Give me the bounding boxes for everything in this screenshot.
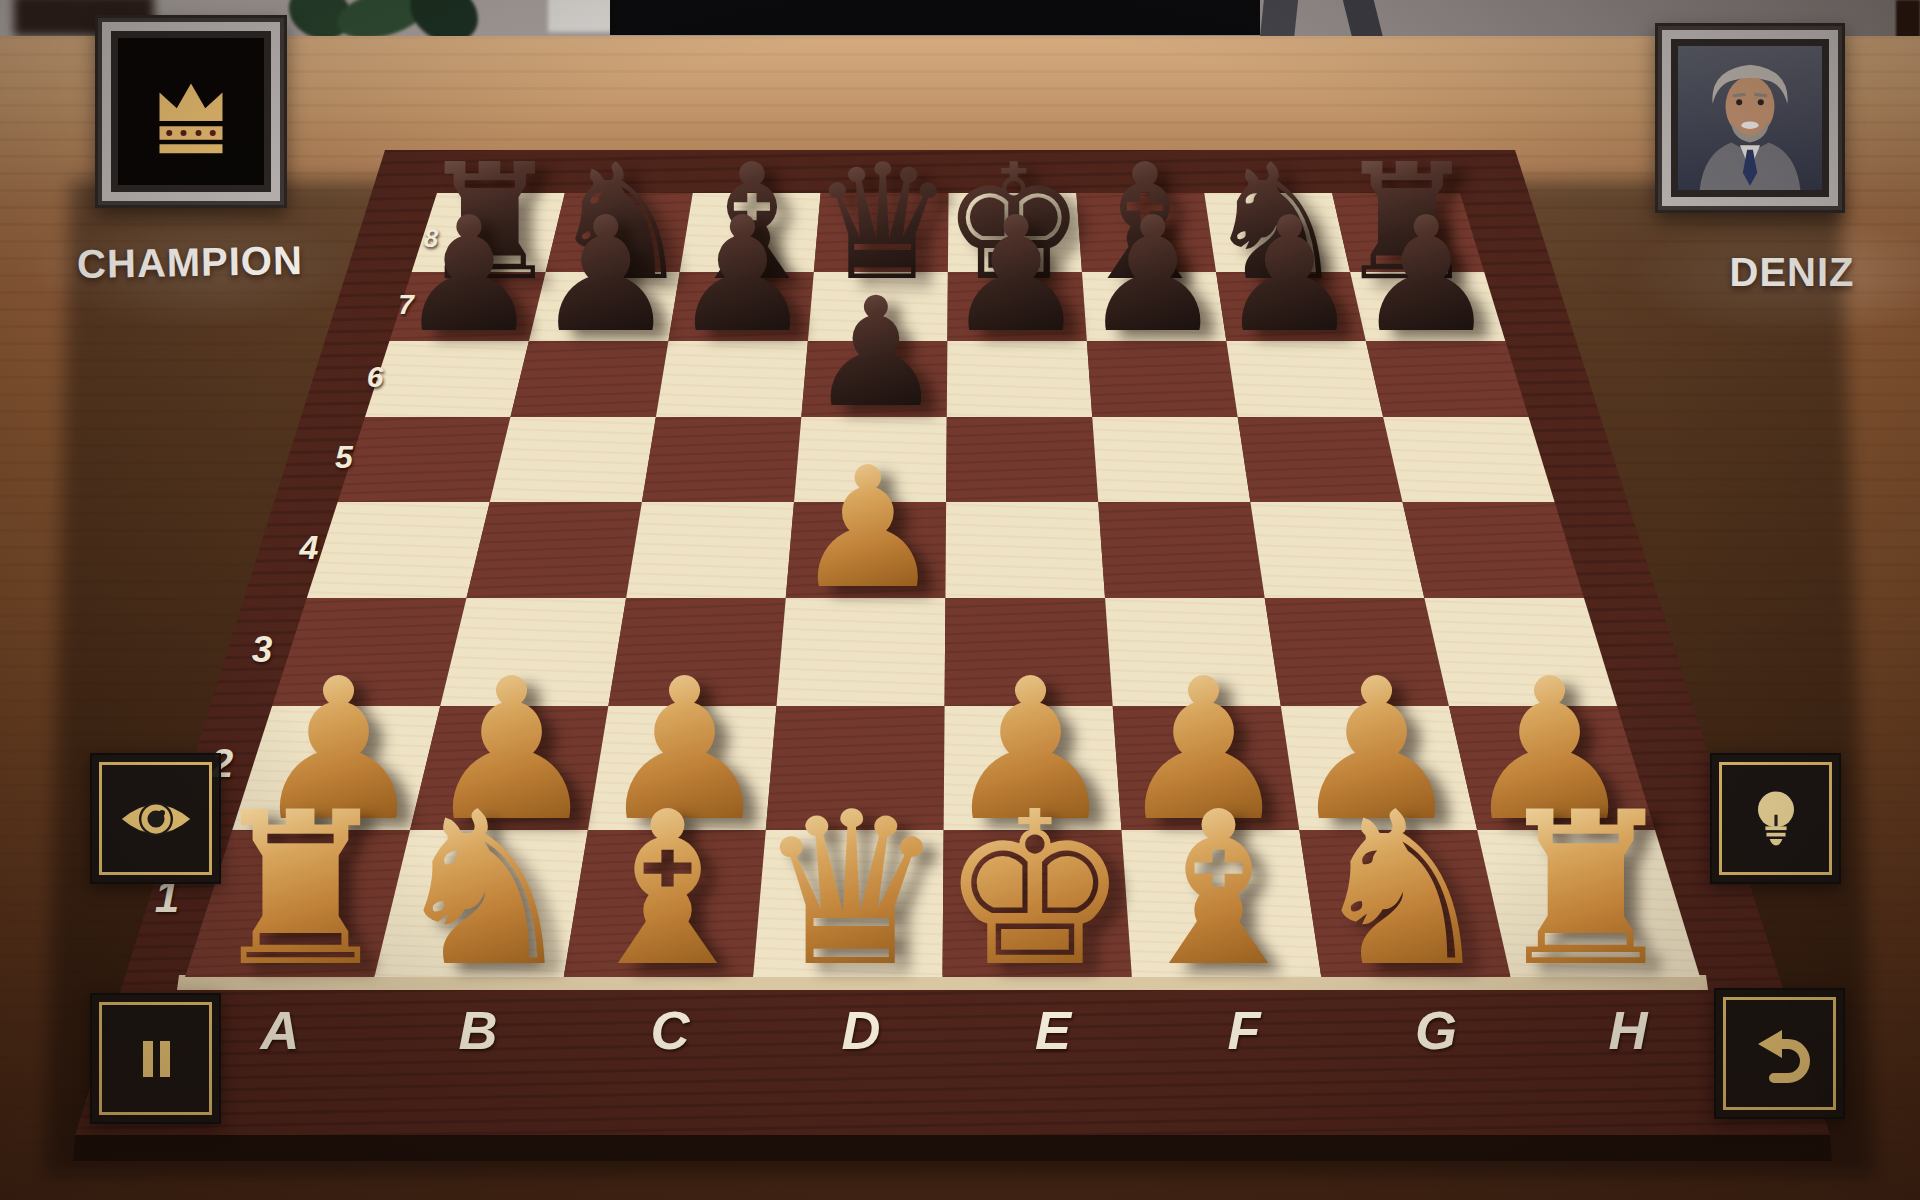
rank-label-5: 5 <box>335 439 353 476</box>
opponent-avatar <box>1655 23 1845 213</box>
square-grain <box>1092 417 1250 502</box>
rank-label-6: 6 <box>367 360 384 394</box>
piece-white-knight-b1[interactable]: ♞ <box>389 784 579 996</box>
piece-white-rook-a1[interactable]: ♜ <box>205 784 395 996</box>
square-grain <box>946 417 1098 502</box>
pause-icon <box>124 1027 188 1091</box>
square-grain <box>490 417 656 502</box>
square-grain <box>466 502 641 598</box>
square-grain <box>1383 417 1554 502</box>
piece-black-pawn-a7[interactable]: ♟ <box>398 195 541 354</box>
piece-white-king-e1[interactable]: ♚ <box>940 784 1130 996</box>
eye-button[interactable] <box>90 753 221 884</box>
lightbulb-icon <box>1742 783 1810 855</box>
square-grain <box>1098 502 1264 598</box>
piece-white-bishop-c1[interactable]: ♝ <box>573 784 763 996</box>
piece-white-knight-g1[interactable]: ♞ <box>1307 784 1497 996</box>
piece-black-pawn-h7[interactable]: ♟ <box>1355 195 1498 354</box>
square-grain <box>1238 417 1403 502</box>
crown-icon <box>143 64 239 160</box>
hint-button[interactable] <box>1710 753 1841 884</box>
square-grain <box>642 417 801 502</box>
piece-black-pawn-g7[interactable]: ♟ <box>1218 195 1361 354</box>
square-grain <box>626 502 794 598</box>
square-grain <box>945 502 1105 598</box>
piece-black-pawn-e7[interactable]: ♟ <box>945 195 1088 354</box>
piece-white-queen-d1[interactable]: ♛ <box>756 784 946 996</box>
right-player-name: DENIZ <box>1627 250 1920 295</box>
board-front-edge <box>73 1135 1832 1161</box>
piece-white-bishop-f1[interactable]: ♝ <box>1123 784 1313 996</box>
undo-button[interactable] <box>1714 988 1845 1119</box>
square-grain <box>338 417 511 502</box>
square-grain <box>1402 502 1584 598</box>
pause-button[interactable] <box>90 993 221 1124</box>
piece-black-pawn-f7[interactable]: ♟ <box>1082 195 1225 354</box>
square-grain <box>307 502 490 598</box>
gray-haired-man-portrait <box>1678 42 1822 194</box>
piece-black-pawn-d6[interactable]: ♟ <box>808 278 943 429</box>
champion-badge <box>95 15 287 208</box>
piece-white-rook-h1[interactable]: ♜ <box>1491 784 1681 996</box>
rank-label-4: 4 <box>300 528 319 567</box>
piece-white-pawn-d4[interactable]: ♟ <box>793 445 943 612</box>
eye-icon <box>117 787 195 851</box>
undo-icon <box>1744 1018 1816 1090</box>
square-grain <box>1250 502 1424 598</box>
left-player-name: CHAMPION <box>20 237 361 288</box>
piece-black-pawn-c7[interactable]: ♟ <box>671 195 814 354</box>
piece-black-pawn-b7[interactable]: ♟ <box>534 195 677 354</box>
